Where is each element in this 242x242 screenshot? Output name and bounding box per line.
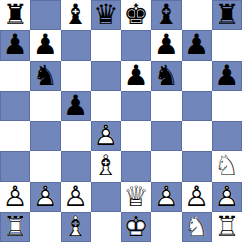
square-d2[interactable] bbox=[91, 182, 121, 212]
piece-black-bishop[interactable]: ♝ bbox=[151, 0, 181, 30]
square-d5[interactable] bbox=[91, 91, 121, 121]
square-b1[interactable] bbox=[30, 212, 60, 242]
square-g2[interactable]: ♟♙ bbox=[182, 182, 212, 212]
piece-white-rook[interactable]: ♜♖ bbox=[0, 212, 30, 242]
square-d7[interactable] bbox=[91, 30, 121, 60]
piece-black-queen[interactable]: ♛ bbox=[91, 0, 121, 30]
square-f7[interactable]: ♟ bbox=[151, 30, 181, 60]
white-rook-icon: ♖ bbox=[212, 212, 242, 242]
black-bishop-icon: ♝ bbox=[151, 0, 181, 30]
piece-black-pawn[interactable]: ♟ bbox=[30, 30, 60, 60]
piece-white-pawn[interactable]: ♟♙ bbox=[212, 182, 242, 212]
square-d6[interactable] bbox=[91, 61, 121, 91]
piece-black-rook[interactable]: ♜ bbox=[0, 0, 30, 30]
piece-black-knight[interactable]: ♞ bbox=[30, 61, 60, 91]
square-c4[interactable] bbox=[61, 121, 91, 151]
square-b4[interactable] bbox=[30, 121, 60, 151]
square-g7[interactable]: ♟ bbox=[182, 30, 212, 60]
piece-black-pawn[interactable]: ♟ bbox=[0, 30, 30, 60]
square-c8[interactable]: ♝ bbox=[61, 0, 91, 30]
black-pawn-icon: ♟ bbox=[121, 61, 151, 91]
piece-white-pawn[interactable]: ♟♙ bbox=[30, 182, 60, 212]
piece-white-bishop[interactable]: ♝♗ bbox=[61, 212, 91, 242]
square-b6[interactable]: ♞ bbox=[30, 61, 60, 91]
square-a1[interactable]: ♜♖ bbox=[0, 212, 30, 242]
square-g3[interactable] bbox=[182, 151, 212, 181]
piece-white-bishop[interactable]: ♝♗ bbox=[91, 151, 121, 181]
square-c7[interactable] bbox=[61, 30, 91, 60]
square-f2[interactable]: ♟♙ bbox=[151, 182, 181, 212]
white-king-icon: ♔ bbox=[121, 212, 151, 242]
black-knight-icon: ♞ bbox=[30, 61, 60, 91]
square-e3[interactable] bbox=[121, 151, 151, 181]
square-d1[interactable] bbox=[91, 212, 121, 242]
square-a4[interactable] bbox=[0, 121, 30, 151]
black-king-icon: ♚ bbox=[121, 0, 151, 30]
square-b5[interactable] bbox=[30, 91, 60, 121]
square-g5[interactable] bbox=[182, 91, 212, 121]
piece-black-rook[interactable]: ♜ bbox=[212, 0, 242, 30]
square-a6[interactable] bbox=[0, 61, 30, 91]
square-d4[interactable]: ♟♙ bbox=[91, 121, 121, 151]
white-bishop-icon: ♗ bbox=[61, 212, 91, 242]
square-h2[interactable]: ♟♙ bbox=[212, 182, 242, 212]
square-e2[interactable]: ♛♕ bbox=[121, 182, 151, 212]
square-h3[interactable]: ♞♘ bbox=[212, 151, 242, 181]
piece-white-pawn[interactable]: ♟♙ bbox=[151, 182, 181, 212]
square-a5[interactable] bbox=[0, 91, 30, 121]
black-pawn-icon: ♟ bbox=[182, 30, 212, 60]
square-d3[interactable]: ♝♗ bbox=[91, 151, 121, 181]
white-pawn-icon: ♙ bbox=[0, 182, 30, 212]
white-pawn-icon: ♙ bbox=[30, 182, 60, 212]
square-c5[interactable]: ♟ bbox=[61, 91, 91, 121]
square-h8[interactable]: ♜ bbox=[212, 0, 242, 30]
black-pawn-icon: ♟ bbox=[0, 30, 30, 60]
square-b7[interactable]: ♟ bbox=[30, 30, 60, 60]
black-pawn-icon: ♟ bbox=[30, 30, 60, 60]
square-f1[interactable] bbox=[151, 212, 181, 242]
square-g6[interactable] bbox=[182, 61, 212, 91]
square-e1[interactable]: ♚♔ bbox=[121, 212, 151, 242]
square-a7[interactable]: ♟ bbox=[0, 30, 30, 60]
piece-black-pawn[interactable]: ♟ bbox=[151, 30, 181, 60]
square-g8[interactable] bbox=[182, 0, 212, 30]
piece-white-knight[interactable]: ♞♘ bbox=[212, 151, 242, 181]
black-rook-icon: ♜ bbox=[0, 0, 30, 30]
square-d8[interactable]: ♛ bbox=[91, 0, 121, 30]
square-f6[interactable]: ♞ bbox=[151, 61, 181, 91]
square-e5[interactable] bbox=[121, 91, 151, 121]
piece-black-pawn[interactable]: ♟ bbox=[212, 61, 242, 91]
black-bishop-icon: ♝ bbox=[61, 0, 91, 30]
black-pawn-icon: ♟ bbox=[61, 91, 91, 121]
white-pawn-icon: ♙ bbox=[91, 121, 121, 151]
square-a3[interactable] bbox=[0, 151, 30, 181]
black-pawn-icon: ♟ bbox=[151, 30, 181, 60]
piece-black-pawn[interactable]: ♟ bbox=[121, 61, 151, 91]
square-f4[interactable] bbox=[151, 121, 181, 151]
white-knight-icon: ♘ bbox=[212, 151, 242, 181]
square-b3[interactable] bbox=[30, 151, 60, 181]
square-g1[interactable]: ♞♘ bbox=[182, 212, 212, 242]
white-pawn-icon: ♙ bbox=[212, 182, 242, 212]
square-f3[interactable] bbox=[151, 151, 181, 181]
square-f8[interactable]: ♝ bbox=[151, 0, 181, 30]
piece-black-knight[interactable]: ♞ bbox=[151, 61, 181, 91]
white-rook-icon: ♖ bbox=[0, 212, 30, 242]
piece-white-pawn[interactable]: ♟♙ bbox=[0, 182, 30, 212]
piece-black-pawn[interactable]: ♟ bbox=[61, 91, 91, 121]
piece-white-pawn[interactable]: ♟♙ bbox=[91, 121, 121, 151]
square-c1[interactable]: ♝♗ bbox=[61, 212, 91, 242]
square-h1[interactable]: ♜♖ bbox=[212, 212, 242, 242]
piece-white-queen[interactable]: ♛♕ bbox=[121, 182, 151, 212]
square-h7[interactable] bbox=[212, 30, 242, 60]
square-c6[interactable] bbox=[61, 61, 91, 91]
piece-black-king[interactable]: ♚ bbox=[121, 0, 151, 30]
square-h4[interactable] bbox=[212, 121, 242, 151]
piece-white-knight[interactable]: ♞♘ bbox=[182, 212, 212, 242]
white-knight-icon: ♘ bbox=[182, 212, 212, 242]
square-a2[interactable]: ♟♙ bbox=[0, 182, 30, 212]
white-queen-icon: ♕ bbox=[121, 182, 151, 212]
square-a8[interactable]: ♜ bbox=[0, 0, 30, 30]
piece-white-rook[interactable]: ♜♖ bbox=[212, 212, 242, 242]
square-e7[interactable] bbox=[121, 30, 151, 60]
black-rook-icon: ♜ bbox=[212, 0, 242, 30]
white-pawn-icon: ♙ bbox=[182, 182, 212, 212]
white-bishop-icon: ♗ bbox=[91, 151, 121, 181]
square-e8[interactable]: ♚ bbox=[121, 0, 151, 30]
square-h5[interactable] bbox=[212, 91, 242, 121]
black-knight-icon: ♞ bbox=[151, 61, 181, 91]
square-c2[interactable]: ♟♙ bbox=[61, 182, 91, 212]
piece-white-king[interactable]: ♚♔ bbox=[121, 212, 151, 242]
square-e6[interactable]: ♟ bbox=[121, 61, 151, 91]
piece-black-bishop[interactable]: ♝ bbox=[61, 0, 91, 30]
piece-white-pawn[interactable]: ♟♙ bbox=[182, 182, 212, 212]
square-c3[interactable] bbox=[61, 151, 91, 181]
square-b8[interactable] bbox=[30, 0, 60, 30]
square-e4[interactable] bbox=[121, 121, 151, 151]
piece-black-pawn[interactable]: ♟ bbox=[182, 30, 212, 60]
black-pawn-icon: ♟ bbox=[212, 61, 242, 91]
square-g4[interactable] bbox=[182, 121, 212, 151]
white-pawn-icon: ♙ bbox=[61, 182, 91, 212]
piece-white-pawn[interactable]: ♟♙ bbox=[61, 182, 91, 212]
square-h6[interactable]: ♟ bbox=[212, 61, 242, 91]
square-f5[interactable] bbox=[151, 91, 181, 121]
chess-board: ♜♝♛♚♝♜♟♟♟♟♞♟♞♟♟♟♙♝♗♞♘♟♙♟♙♟♙♛♕♟♙♟♙♟♙♜♖♝♗♚… bbox=[0, 0, 242, 242]
white-pawn-icon: ♙ bbox=[151, 182, 181, 212]
black-queen-icon: ♛ bbox=[91, 0, 121, 30]
square-b2[interactable]: ♟♙ bbox=[30, 182, 60, 212]
